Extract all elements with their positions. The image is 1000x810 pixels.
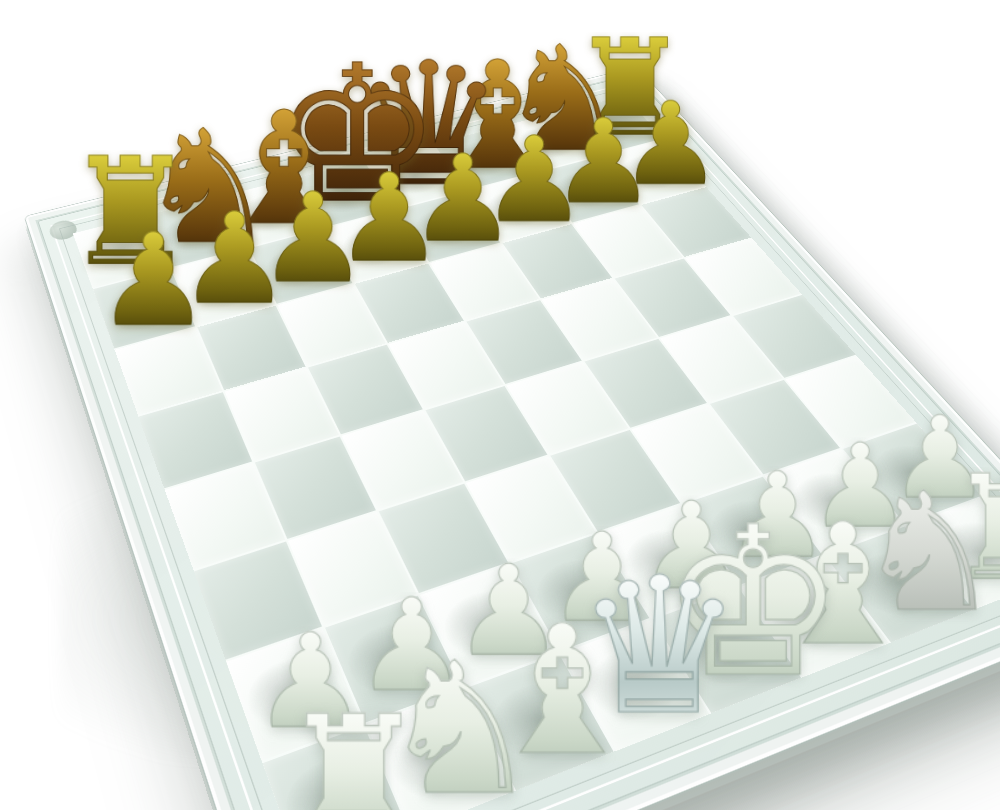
amber-pawn-a7[interactable]: ♟ [45,226,263,334]
board-grid: ♜ ♞ ♝ ♚ ♛ ♝ ♞ ♜ ♟ ♟ ♟ ♟ ♟ ♟ ♟ ♟ [73,96,1000,810]
product-photo-scene: ♜ ♞ ♝ ♚ ♛ ♝ ♞ ♜ ♟ ♟ ♟ ♟ ♟ ♟ ♟ ♟ [0,0,1000,810]
glass-chessboard: ♜ ♞ ♝ ♚ ♛ ♝ ♞ ♜ ♟ ♟ ♟ ♟ ♟ ♟ ♟ ♟ [25,67,1000,810]
frosted-rook-a1[interactable]: ♜ [204,705,504,810]
square-a1[interactable]: ♜ [263,726,410,810]
board-perspective-wrap: ♜ ♞ ♝ ♚ ♛ ♝ ♞ ♜ ♟ ♟ ♟ ♟ ♟ ♟ ♟ ♟ [105,0,905,785]
